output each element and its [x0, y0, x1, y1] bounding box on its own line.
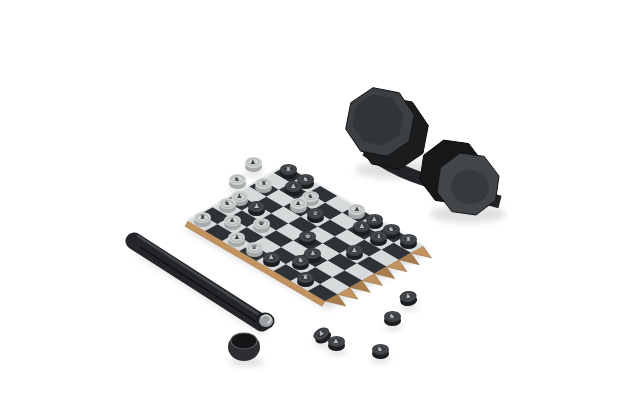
tube-end-cap-cup	[228, 333, 260, 361]
octagon-piece-containers	[346, 88, 499, 215]
product-photo-scene: ♟♜♞♞♜♟♞♟♟♞♟♟♛♜♟♟♚♟♞♝♚♟♜♛♟♟♟♞♜♟♞♟♟♞	[0, 0, 630, 420]
